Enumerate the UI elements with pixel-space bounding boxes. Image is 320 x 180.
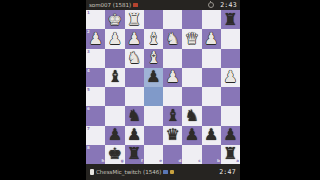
black-pawn-c7: ♟ xyxy=(185,127,199,143)
black-pawn-g7: ♟ xyxy=(108,127,122,143)
white-knight-f3: ♞ xyxy=(127,50,141,66)
square-c5[interactable] xyxy=(182,87,201,106)
white-pawn-b2: ♟ xyxy=(204,31,218,47)
player-status-icon xyxy=(90,169,94,175)
square-g1[interactable]: ♚ xyxy=(105,10,124,29)
square-e2[interactable]: ♝ xyxy=(144,29,163,48)
square-f8[interactable]: f♜ xyxy=(125,145,144,164)
square-d7[interactable]: ♛ xyxy=(163,126,182,145)
square-c2[interactable]: ♛ xyxy=(182,29,201,48)
white-bishop-e3: ♝ xyxy=(146,50,160,66)
square-g4[interactable]: ♝ xyxy=(105,68,124,87)
square-d6[interactable]: ♝ xyxy=(163,106,182,125)
file-label-g: g xyxy=(121,159,124,163)
white-pawn-g2: ♟ xyxy=(108,31,122,47)
rank-label-5: 5 xyxy=(87,88,90,92)
square-f1[interactable]: ♜ xyxy=(125,10,144,29)
square-h8[interactable]: 8h xyxy=(86,145,105,164)
player-clock: 2:47 xyxy=(219,168,236,176)
square-e8[interactable]: e xyxy=(144,145,163,164)
white-pawn-a4: ♟ xyxy=(223,69,237,85)
square-c4[interactable] xyxy=(182,68,201,87)
opponent-flag-icon xyxy=(133,3,138,7)
white-pawn-f2: ♟ xyxy=(127,31,141,47)
square-a8[interactable]: a♜ xyxy=(221,145,240,164)
player-name[interactable]: ChessMic_twitch (1546) xyxy=(96,169,161,175)
white-bishop-e2: ♝ xyxy=(146,31,160,47)
square-d5[interactable] xyxy=(163,87,182,106)
square-f5[interactable] xyxy=(125,87,144,106)
white-pawn-h2: ♟ xyxy=(88,31,102,47)
white-knight-d2: ♞ xyxy=(165,31,179,47)
white-pawn-d4: ♟ xyxy=(165,69,179,85)
player-flair-icon xyxy=(170,170,174,174)
square-h2[interactable]: 2♟ xyxy=(86,29,105,48)
video-frame: som007 (1581) 2:43 1♚♜♜2♟♟♟♝♞♛♟3♞♝4♝♟♟♟5… xyxy=(0,0,320,180)
rank-label-7: 7 xyxy=(87,127,90,131)
square-c7[interactable]: ♟ xyxy=(182,126,201,145)
square-b8[interactable]: b xyxy=(202,145,221,164)
white-king-g1: ♚ xyxy=(108,12,122,28)
square-b4[interactable] xyxy=(202,68,221,87)
square-d4[interactable]: ♟ xyxy=(163,68,182,87)
square-a2[interactable] xyxy=(221,29,240,48)
square-h3[interactable]: 3 xyxy=(86,49,105,68)
square-b5[interactable] xyxy=(202,87,221,106)
square-c6[interactable]: ♞ xyxy=(182,106,201,125)
square-g8[interactable]: g♚ xyxy=(105,145,124,164)
pillarbox-right xyxy=(240,0,320,180)
black-rook-a1: ♜ xyxy=(223,12,237,28)
chess-board[interactable]: 1♚♜♜2♟♟♟♝♞♛♟3♞♝4♝♟♟♟56♞♝♞7♟♟♛♟♟♟8hg♚f♜ed… xyxy=(86,10,240,164)
rank-label-1: 1 xyxy=(87,11,90,15)
black-pawn-b7: ♟ xyxy=(204,127,218,143)
square-h1[interactable]: 1 xyxy=(86,10,105,29)
file-label-c: c xyxy=(198,159,200,163)
black-queen-d7: ♛ xyxy=(165,127,179,143)
square-c1[interactable] xyxy=(182,10,201,29)
opponent-clock: 2:43 xyxy=(220,1,237,9)
white-queen-c2: ♛ xyxy=(185,31,199,47)
square-a5[interactable] xyxy=(221,87,240,106)
square-d1[interactable] xyxy=(163,10,182,29)
square-g3[interactable] xyxy=(105,49,124,68)
black-pawn-f7: ♟ xyxy=(127,127,141,143)
square-a7[interactable]: ♟ xyxy=(221,126,240,145)
stopwatch-icon xyxy=(208,2,215,9)
square-f4[interactable] xyxy=(125,68,144,87)
rank-label-6: 6 xyxy=(87,107,90,111)
file-label-f: f xyxy=(141,159,143,163)
square-h5[interactable]: 5 xyxy=(86,87,105,106)
square-e5[interactable] xyxy=(144,87,163,106)
square-c3[interactable] xyxy=(182,49,201,68)
square-a3[interactable] xyxy=(221,49,240,68)
black-pawn-e4: ♟ xyxy=(146,69,160,85)
file-label-d: d xyxy=(178,159,181,163)
square-a1[interactable]: ♜ xyxy=(221,10,240,29)
square-f3[interactable]: ♞ xyxy=(125,49,144,68)
square-g6[interactable] xyxy=(105,106,124,125)
white-rook-f1: ♜ xyxy=(127,12,141,28)
square-b7[interactable]: ♟ xyxy=(202,126,221,145)
square-e7[interactable] xyxy=(144,126,163,145)
rank-label-2: 2 xyxy=(87,30,90,34)
square-a4[interactable]: ♟ xyxy=(221,68,240,87)
square-e4[interactable]: ♟ xyxy=(144,68,163,87)
player-flag-icon xyxy=(163,170,168,174)
square-b1[interactable] xyxy=(202,10,221,29)
opponent-name[interactable]: som007 (1581) xyxy=(89,2,131,8)
square-g2[interactable]: ♟ xyxy=(105,29,124,48)
file-label-b: b xyxy=(217,159,220,163)
rank-label-3: 3 xyxy=(87,50,90,54)
black-knight-f6: ♞ xyxy=(127,108,141,124)
square-f6[interactable]: ♞ xyxy=(125,106,144,125)
square-f7[interactable]: ♟ xyxy=(125,126,144,145)
square-e1[interactable] xyxy=(144,10,163,29)
square-h6[interactable]: 6 xyxy=(86,106,105,125)
rank-label-4: 4 xyxy=(87,69,90,73)
square-d2[interactable]: ♞ xyxy=(163,29,182,48)
black-bishop-g4: ♝ xyxy=(108,69,122,85)
player-bar: ChessMic_twitch (1546) 2:47 xyxy=(86,164,240,180)
black-pawn-a7: ♟ xyxy=(223,127,237,143)
square-b3[interactable] xyxy=(202,49,221,68)
square-h4[interactable]: 4 xyxy=(86,68,105,87)
file-label-e: e xyxy=(159,159,162,163)
app-screen: som007 (1581) 2:43 1♚♜♜2♟♟♟♝♞♛♟3♞♝4♝♟♟♟5… xyxy=(86,0,240,180)
square-g5[interactable] xyxy=(105,87,124,106)
square-e3[interactable]: ♝ xyxy=(144,49,163,68)
square-g7[interactable]: ♟ xyxy=(105,126,124,145)
square-h7[interactable]: 7 xyxy=(86,126,105,145)
black-knight-c6: ♞ xyxy=(185,108,199,124)
square-b6[interactable] xyxy=(202,106,221,125)
square-e6[interactable] xyxy=(144,106,163,125)
rank-label-8: 8 xyxy=(87,146,90,150)
black-rook-f8: ♜ xyxy=(127,146,141,162)
square-f2[interactable]: ♟ xyxy=(125,29,144,48)
file-label-a: a xyxy=(236,159,239,163)
file-label-h: h xyxy=(101,159,104,163)
square-a6[interactable] xyxy=(221,106,240,125)
square-c8[interactable]: c xyxy=(182,145,201,164)
black-bishop-d6: ♝ xyxy=(165,108,179,124)
square-d3[interactable] xyxy=(163,49,182,68)
pillarbox-left xyxy=(0,0,86,180)
opponent-bar: som007 (1581) 2:43 xyxy=(86,0,240,10)
square-d8[interactable]: d xyxy=(163,145,182,164)
square-b2[interactable]: ♟ xyxy=(202,29,221,48)
